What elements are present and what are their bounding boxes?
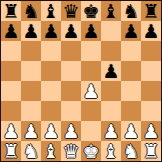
piece-black-king[interactable]: ♚ xyxy=(82,1,99,21)
square-d7[interactable]: ♟ xyxy=(61,21,81,41)
piece-black-pawn[interactable]: ♟ xyxy=(2,21,19,41)
piece-white-bishop[interactable]: ♝ xyxy=(102,141,119,161)
square-h1[interactable]: ♜ xyxy=(141,141,161,161)
piece-black-pawn[interactable]: ♟ xyxy=(142,21,159,41)
square-a8[interactable]: ♜ xyxy=(1,1,21,21)
square-f8[interactable]: ♝ xyxy=(101,1,121,21)
piece-white-pawn[interactable]: ♟ xyxy=(42,121,59,141)
square-f2[interactable]: ♟ xyxy=(101,121,121,141)
square-g5[interactable] xyxy=(121,61,141,81)
square-a1[interactable]: ♜ xyxy=(1,141,21,161)
square-d6[interactable] xyxy=(61,41,81,61)
piece-white-pawn[interactable]: ♟ xyxy=(2,121,19,141)
square-f7[interactable] xyxy=(101,21,121,41)
piece-black-pawn[interactable]: ♟ xyxy=(122,21,139,41)
piece-black-queen[interactable]: ♛ xyxy=(62,1,79,21)
square-b7[interactable]: ♟ xyxy=(21,21,41,41)
square-c6[interactable] xyxy=(41,41,61,61)
square-b2[interactable]: ♟ xyxy=(21,121,41,141)
piece-white-pawn[interactable]: ♟ xyxy=(82,81,99,101)
piece-white-pawn[interactable]: ♟ xyxy=(62,121,79,141)
piece-white-bishop[interactable]: ♝ xyxy=(42,141,59,161)
square-a3[interactable] xyxy=(1,101,21,121)
square-f1[interactable]: ♝ xyxy=(101,141,121,161)
square-d5[interactable] xyxy=(61,61,81,81)
square-h6[interactable] xyxy=(141,41,161,61)
piece-white-pawn[interactable]: ♟ xyxy=(22,121,39,141)
square-f3[interactable] xyxy=(101,101,121,121)
square-c8[interactable]: ♝ xyxy=(41,1,61,21)
square-a2[interactable]: ♟ xyxy=(1,121,21,141)
piece-black-pawn[interactable]: ♟ xyxy=(82,21,99,41)
piece-black-knight[interactable]: ♞ xyxy=(122,1,139,21)
square-e3[interactable] xyxy=(81,101,101,121)
square-h7[interactable]: ♟ xyxy=(141,21,161,41)
square-d2[interactable]: ♟ xyxy=(61,121,81,141)
piece-black-bishop[interactable]: ♝ xyxy=(102,1,119,21)
square-e6[interactable] xyxy=(81,41,101,61)
square-e5[interactable] xyxy=(81,61,101,81)
square-g6[interactable] xyxy=(121,41,141,61)
piece-white-pawn[interactable]: ♟ xyxy=(122,121,139,141)
piece-black-pawn[interactable]: ♟ xyxy=(62,21,79,41)
square-e7[interactable]: ♟ xyxy=(81,21,101,41)
square-d4[interactable] xyxy=(61,81,81,101)
square-b5[interactable] xyxy=(21,61,41,81)
square-b3[interactable] xyxy=(21,101,41,121)
square-c5[interactable] xyxy=(41,61,61,81)
square-f5[interactable]: ♟ xyxy=(101,61,121,81)
square-d3[interactable] xyxy=(61,101,81,121)
square-e1[interactable]: ♚ xyxy=(81,141,101,161)
square-c1[interactable]: ♝ xyxy=(41,141,61,161)
piece-black-pawn[interactable]: ♟ xyxy=(102,61,119,81)
square-d8[interactable]: ♛ xyxy=(61,1,81,21)
piece-white-pawn[interactable]: ♟ xyxy=(142,121,159,141)
square-c4[interactable] xyxy=(41,81,61,101)
square-f6[interactable] xyxy=(101,41,121,61)
chess-board: ♜♞♝♛♚♝♞♜♟♟♟♟♟♟♟♟♟♟♟♟♟♟♟♟♜♞♝♛♚♝♞♜ xyxy=(0,0,162,162)
square-b1[interactable]: ♞ xyxy=(21,141,41,161)
piece-white-king[interactable]: ♚ xyxy=(82,141,99,161)
square-g2[interactable]: ♟ xyxy=(121,121,141,141)
square-b6[interactable] xyxy=(21,41,41,61)
piece-black-rook[interactable]: ♜ xyxy=(142,1,159,21)
square-a5[interactable] xyxy=(1,61,21,81)
square-b4[interactable] xyxy=(21,81,41,101)
square-h2[interactable]: ♟ xyxy=(141,121,161,141)
square-e8[interactable]: ♚ xyxy=(81,1,101,21)
piece-white-rook[interactable]: ♜ xyxy=(2,141,19,161)
piece-black-knight[interactable]: ♞ xyxy=(22,1,39,21)
square-h4[interactable] xyxy=(141,81,161,101)
square-d1[interactable]: ♛ xyxy=(61,141,81,161)
square-a4[interactable] xyxy=(1,81,21,101)
square-g8[interactable]: ♞ xyxy=(121,1,141,21)
piece-black-rook[interactable]: ♜ xyxy=(2,1,19,21)
square-g7[interactable]: ♟ xyxy=(121,21,141,41)
piece-black-bishop[interactable]: ♝ xyxy=(42,1,59,21)
square-c2[interactable]: ♟ xyxy=(41,121,61,141)
square-h3[interactable] xyxy=(141,101,161,121)
square-b8[interactable]: ♞ xyxy=(21,1,41,21)
square-f4[interactable] xyxy=(101,81,121,101)
square-a7[interactable]: ♟ xyxy=(1,21,21,41)
piece-black-pawn[interactable]: ♟ xyxy=(22,21,39,41)
square-c3[interactable] xyxy=(41,101,61,121)
square-a6[interactable] xyxy=(1,41,21,61)
square-g3[interactable] xyxy=(121,101,141,121)
square-e4[interactable]: ♟ xyxy=(81,81,101,101)
square-h8[interactable]: ♜ xyxy=(141,1,161,21)
piece-white-knight[interactable]: ♞ xyxy=(22,141,39,161)
square-c7[interactable]: ♟ xyxy=(41,21,61,41)
piece-black-pawn[interactable]: ♟ xyxy=(42,21,59,41)
square-h5[interactable] xyxy=(141,61,161,81)
square-g4[interactable] xyxy=(121,81,141,101)
square-e2[interactable] xyxy=(81,121,101,141)
piece-white-pawn[interactable]: ♟ xyxy=(102,121,119,141)
piece-white-queen[interactable]: ♛ xyxy=(62,141,79,161)
piece-white-rook[interactable]: ♜ xyxy=(142,141,159,161)
square-g1[interactable]: ♞ xyxy=(121,141,141,161)
piece-white-knight[interactable]: ♞ xyxy=(122,141,139,161)
